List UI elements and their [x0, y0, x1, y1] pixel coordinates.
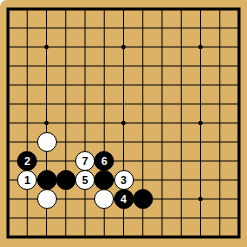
stone-white[interactable] — [37, 132, 57, 152]
stone-black[interactable] — [133, 189, 153, 209]
stone-white[interactable] — [37, 189, 57, 209]
stone-black[interactable] — [56, 170, 76, 190]
stone-white-move-5[interactable]: 5 — [75, 170, 95, 190]
stone-white-move-3[interactable]: 3 — [114, 170, 134, 190]
stone-black-move-4[interactable]: 4 — [114, 189, 134, 209]
stone-white[interactable] — [94, 189, 114, 209]
stones-grid: 2761534 — [0, 0, 247, 247]
stone-white-move-1[interactable]: 1 — [17, 170, 37, 190]
stone-black-move-2[interactable]: 2 — [17, 151, 37, 171]
stone-black-move-6[interactable]: 6 — [94, 151, 114, 171]
stone-black[interactable] — [37, 170, 57, 190]
go-board[interactable]: 2761534 — [0, 0, 247, 247]
stone-black[interactable] — [94, 170, 114, 190]
stone-white-move-7[interactable]: 7 — [75, 151, 95, 171]
